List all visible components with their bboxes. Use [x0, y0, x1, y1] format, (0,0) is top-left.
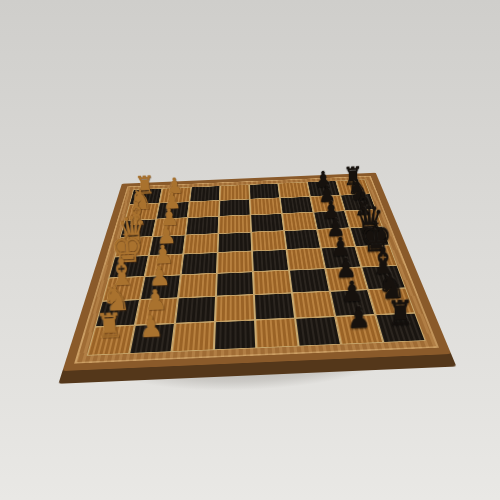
square-h3 [171, 322, 214, 352]
square-g7: ♟ [330, 290, 375, 317]
square-g5 [254, 293, 295, 320]
square-h6 [295, 316, 341, 346]
chessboard-scene: ♜♟♟♜♞♟♟♞♝♟♟♝♛♟♟♛♚♟♟♚♝♟♟♝♞♟♟♞♜♟♟♜ [0, 0, 500, 500]
square-h2: ♟ [129, 323, 175, 353]
square-d1: ♛ [114, 236, 152, 257]
square-f2: ♟ [140, 275, 181, 300]
square-g3 [175, 296, 216, 323]
square-f6 [289, 269, 330, 293]
square-d3 [183, 234, 218, 254]
piece-white-pawn: ♟ [159, 175, 190, 198]
square-f4 [216, 272, 254, 297]
square-b2: ♟ [156, 202, 189, 219]
square-a8: ♜ [336, 179, 370, 195]
square-c3 [185, 216, 219, 235]
piece-black-pawn: ♟ [308, 168, 338, 191]
square-a7: ♟ [307, 181, 340, 197]
square-e5 [252, 249, 289, 271]
square-a2: ♟ [159, 187, 191, 203]
square-a4 [220, 185, 250, 201]
square-b3 [188, 200, 220, 217]
square-c6 [282, 212, 317, 231]
square-h8: ♜ [375, 313, 426, 343]
square-e6 [286, 248, 325, 270]
square-a3 [189, 186, 220, 202]
square-d8: ♛ [350, 226, 390, 246]
square-e8: ♚ [355, 245, 397, 267]
square-b6 [280, 196, 313, 213]
square-g8: ♞ [368, 288, 415, 315]
square-b7: ♟ [310, 195, 345, 212]
square-c8: ♝ [345, 209, 383, 227]
square-f3 [178, 273, 217, 298]
square-c5 [250, 214, 284, 233]
square-g6 [292, 291, 335, 318]
square-d5 [251, 231, 286, 251]
piece-black-rook: ♜ [338, 163, 368, 189]
square-b5 [250, 198, 282, 215]
square-c4 [218, 215, 251, 234]
square-f5 [253, 270, 292, 294]
square-h5 [255, 318, 299, 348]
square-b4 [219, 199, 250, 216]
photo-background: ♜♟♟♜♞♟♟♞♝♟♟♝♛♟♟♛♚♟♟♚♝♟♟♝♞♟♟♞♜♟♟♜ [0, 0, 500, 500]
square-c1: ♝ [120, 219, 156, 238]
square-d6 [284, 229, 321, 249]
square-b1: ♞ [125, 203, 160, 220]
square-a1: ♜ [129, 188, 162, 204]
square-g1: ♞ [95, 300, 140, 327]
square-a6 [278, 182, 310, 198]
square-d2: ♟ [149, 235, 186, 255]
square-d4 [218, 232, 252, 252]
square-e3 [181, 253, 218, 275]
square-a5 [249, 183, 280, 199]
square-h7: ♟ [335, 315, 383, 345]
square-b8: ♞ [340, 194, 376, 211]
square-g4 [215, 295, 255, 322]
square-g2: ♟ [135, 298, 178, 325]
square-h4 [214, 320, 256, 350]
square-c7: ♟ [313, 211, 349, 229]
square-d7: ♟ [317, 228, 355, 248]
square-e2: ♟ [145, 254, 184, 276]
square-e1: ♚ [108, 256, 148, 279]
square-c2: ♟ [153, 218, 188, 237]
board-grid: ♜♟♟♜♞♟♟♞♝♟♟♝♛♟♟♛♚♟♟♚♝♟♟♝♞♟♟♞♜♟♟♜ [87, 179, 426, 355]
piece-white-rook: ♜ [129, 173, 160, 199]
square-f1: ♝ [102, 276, 145, 301]
square-h1: ♜ [87, 325, 135, 355]
chessboard: ♜♟♟♜♞♟♟♞♝♟♟♝♛♟♟♛♚♟♟♚♝♟♟♝♞♟♟♞♜♟♟♜ [63, 173, 452, 371]
square-e4 [217, 251, 253, 273]
square-e7: ♟ [321, 246, 361, 268]
square-f8: ♝ [361, 265, 406, 289]
board-frame: ♜♟♟♜♞♟♟♞♝♟♟♝♛♟♟♛♚♟♟♚♝♟♟♝♞♟♟♞♜♟♟♜ [63, 173, 452, 371]
